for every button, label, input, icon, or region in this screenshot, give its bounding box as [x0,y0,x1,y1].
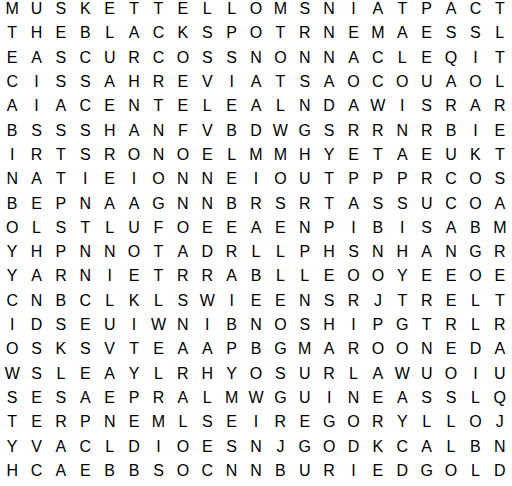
grid-cell[interactable]: M [268,143,292,167]
grid-cell[interactable]: S [195,21,219,45]
grid-cell[interactable]: R [49,410,73,434]
grid-cell[interactable]: I [122,167,146,191]
grid-cell[interactable]: O [341,70,365,94]
grid-cell[interactable]: I [98,264,122,288]
grid-cell[interactable]: U [293,361,317,385]
grid-cell[interactable]: W [244,386,268,410]
grid-cell[interactable]: A [219,264,243,288]
grid-cell[interactable]: U [122,216,146,240]
grid-cell[interactable]: S [293,70,317,94]
grid-cell[interactable]: E [195,216,219,240]
grid-cell[interactable]: O [390,70,414,94]
grid-cell[interactable]: Y [219,361,243,385]
grid-cell[interactable]: A [0,94,24,118]
grid-cell[interactable]: E [98,94,122,118]
grid-cell[interactable]: G [293,434,317,458]
grid-cell[interactable]: P [414,0,438,21]
grid-cell[interactable]: L [244,240,268,264]
grid-cell[interactable]: N [390,118,414,142]
grid-cell[interactable]: L [463,313,487,337]
grid-cell[interactable]: B [366,216,390,240]
grid-cell[interactable]: C [73,434,97,458]
grid-cell[interactable]: S [317,289,341,313]
grid-cell[interactable]: I [341,459,365,483]
grid-cell[interactable]: Y [0,434,24,458]
grid-cell[interactable]: G [268,386,292,410]
grid-cell[interactable]: R [366,410,390,434]
grid-cell[interactable]: E [49,21,73,45]
grid-cell[interactable]: R [244,191,268,215]
grid-cell[interactable]: A [244,70,268,94]
grid-cell[interactable]: B [244,337,268,361]
grid-cell[interactable]: S [293,313,317,337]
grid-cell[interactable]: R [122,46,146,70]
grid-cell[interactable]: R [24,143,48,167]
grid-cell[interactable]: O [0,216,24,240]
grid-cell[interactable]: T [390,0,414,21]
grid-cell[interactable]: P [73,410,97,434]
grid-cell[interactable]: N [0,167,24,191]
grid-cell[interactable]: L [463,289,487,313]
grid-cell[interactable]: R [219,240,243,264]
grid-cell[interactable]: R [341,337,365,361]
grid-cell[interactable]: P [341,167,365,191]
grid-cell[interactable]: U [293,459,317,483]
grid-cell[interactable]: B [463,216,487,240]
grid-cell[interactable]: J [268,434,292,458]
grid-cell[interactable]: S [439,21,463,45]
grid-cell[interactable]: N [439,240,463,264]
grid-cell[interactable]: N [24,289,48,313]
grid-cell[interactable]: L [268,94,292,118]
grid-cell[interactable]: F [146,216,170,240]
grid-cell[interactable]: U [414,361,438,385]
grid-cell[interactable]: S [414,94,438,118]
grid-cell[interactable]: O [317,434,341,458]
grid-cell[interactable]: C [73,289,97,313]
grid-cell[interactable]: A [390,386,414,410]
grid-cell[interactable]: S [49,386,73,410]
grid-cell[interactable]: C [0,70,24,94]
grid-cell[interactable]: A [439,216,463,240]
grid-cell[interactable]: O [463,70,487,94]
grid-cell[interactable]: C [366,70,390,94]
grid-cell[interactable]: H [24,240,48,264]
grid-cell[interactable]: A [171,386,195,410]
grid-cell[interactable]: H [98,118,122,142]
grid-cell[interactable]: N [366,240,390,264]
grid-cell[interactable]: A [366,361,390,385]
grid-cell[interactable]: A [24,264,48,288]
grid-cell[interactable]: H [195,361,219,385]
grid-cell[interactable]: V [24,434,48,458]
grid-cell[interactable]: A [414,240,438,264]
grid-cell[interactable]: T [488,46,512,70]
grid-cell[interactable]: L [195,386,219,410]
grid-cell[interactable]: R [268,410,292,434]
grid-cell[interactable]: W [390,361,414,385]
grid-cell[interactable]: A [122,21,146,45]
grid-cell[interactable]: T [390,289,414,313]
grid-cell[interactable]: A [49,459,73,483]
grid-cell[interactable]: O [171,459,195,483]
grid-cell[interactable]: N [98,410,122,434]
grid-cell[interactable]: I [0,143,24,167]
grid-cell[interactable]: T [488,289,512,313]
grid-cell[interactable]: S [463,21,487,45]
grid-cell[interactable]: T [73,216,97,240]
grid-cell[interactable]: C [439,167,463,191]
grid-cell[interactable]: O [463,191,487,215]
grid-cell[interactable]: E [0,46,24,70]
grid-cell[interactable]: E [73,459,97,483]
grid-cell[interactable]: A [390,143,414,167]
grid-cell[interactable]: L [341,361,365,385]
grid-cell[interactable]: E [366,386,390,410]
grid-cell[interactable]: N [317,46,341,70]
grid-cell[interactable]: I [341,216,365,240]
grid-cell[interactable]: E [24,386,48,410]
grid-cell[interactable]: R [146,386,170,410]
grid-cell[interactable]: B [73,21,97,45]
grid-cell[interactable]: I [219,289,243,313]
grid-cell[interactable]: G [463,240,487,264]
grid-cell[interactable]: K [73,0,97,21]
grid-cell[interactable]: A [122,118,146,142]
grid-cell[interactable]: O [0,337,24,361]
grid-cell[interactable]: N [219,459,243,483]
grid-cell[interactable]: R [171,264,195,288]
grid-cell[interactable]: E [341,143,365,167]
grid-cell[interactable]: O [122,240,146,264]
grid-cell[interactable]: L [171,410,195,434]
grid-cell[interactable]: O [439,361,463,385]
grid-cell[interactable]: S [73,70,97,94]
grid-cell[interactable]: N [244,46,268,70]
grid-cell[interactable]: A [390,21,414,45]
grid-cell[interactable]: P [366,313,390,337]
grid-cell[interactable]: A [73,386,97,410]
grid-cell[interactable]: O [244,21,268,45]
grid-cell[interactable]: O [122,143,146,167]
grid-cell[interactable]: R [488,94,512,118]
grid-cell[interactable]: O [268,313,292,337]
grid-cell[interactable]: K [122,289,146,313]
grid-cell[interactable]: J [488,410,512,434]
grid-cell[interactable]: S [49,118,73,142]
grid-cell[interactable]: P [122,386,146,410]
grid-cell[interactable]: B [98,459,122,483]
grid-cell[interactable]: R [439,313,463,337]
grid-cell[interactable]: S [219,434,243,458]
grid-cell[interactable]: A [49,94,73,118]
grid-cell[interactable]: H [317,313,341,337]
grid-cell[interactable]: L [98,434,122,458]
grid-cell[interactable]: Q [439,46,463,70]
grid-cell[interactable]: E [219,94,243,118]
grid-cell[interactable]: L [195,94,219,118]
grid-cell[interactable]: U [439,143,463,167]
grid-cell[interactable]: T [0,410,24,434]
grid-cell[interactable]: E [317,264,341,288]
grid-cell[interactable]: S [195,410,219,434]
grid-cell[interactable]: A [366,0,390,21]
grid-cell[interactable]: W [195,289,219,313]
grid-cell[interactable]: I [73,167,97,191]
grid-cell[interactable]: A [488,337,512,361]
grid-cell[interactable]: N [488,434,512,458]
grid-cell[interactable]: N [244,459,268,483]
grid-cell[interactable]: N [244,313,268,337]
grid-cell[interactable]: S [414,386,438,410]
grid-cell[interactable]: I [341,313,365,337]
grid-cell[interactable]: S [341,240,365,264]
grid-cell[interactable]: N [244,434,268,458]
grid-cell[interactable]: B [219,313,243,337]
grid-cell[interactable]: S [73,337,97,361]
grid-cell[interactable]: O [463,167,487,191]
grid-cell[interactable]: M [268,0,292,21]
grid-cell[interactable]: R [195,264,219,288]
grid-cell[interactable]: I [0,313,24,337]
grid-cell[interactable]: O [146,167,170,191]
grid-cell[interactable]: L [219,0,243,21]
grid-cell[interactable]: D [122,434,146,458]
grid-cell[interactable]: O [171,46,195,70]
grid-cell[interactable]: E [98,386,122,410]
grid-cell[interactable]: T [488,0,512,21]
grid-cell[interactable]: M [244,143,268,167]
grid-cell[interactable]: S [24,337,48,361]
grid-cell[interactable]: E [268,216,292,240]
grid-cell[interactable]: R [293,21,317,45]
grid-cell[interactable]: N [146,118,170,142]
grid-cell[interactable]: O [463,410,487,434]
grid-cell[interactable]: O [366,337,390,361]
grid-cell[interactable]: L [463,459,487,483]
grid-cell[interactable]: M [366,21,390,45]
grid-cell[interactable]: R [414,289,438,313]
grid-cell[interactable]: L [390,46,414,70]
grid-cell[interactable]: S [439,386,463,410]
grid-cell[interactable]: S [390,191,414,215]
grid-cell[interactable]: J [366,289,390,313]
grid-cell[interactable]: A [488,191,512,215]
grid-cell[interactable]: N [73,240,97,264]
grid-cell[interactable]: C [0,289,24,313]
grid-cell[interactable]: E [219,410,243,434]
grid-cell[interactable]: L [488,21,512,45]
grid-cell[interactable]: R [366,118,390,142]
grid-cell[interactable]: A [463,94,487,118]
grid-cell[interactable]: C [463,0,487,21]
grid-cell[interactable]: C [390,434,414,458]
grid-cell[interactable]: V [98,337,122,361]
grid-cell[interactable]: N [73,264,97,288]
grid-cell[interactable]: A [439,0,463,21]
grid-cell[interactable]: L [146,289,170,313]
grid-cell[interactable]: A [439,70,463,94]
grid-cell[interactable]: L [439,434,463,458]
grid-cell[interactable]: N [317,0,341,21]
grid-cell[interactable]: T [488,143,512,167]
grid-cell[interactable]: T [268,70,292,94]
grid-cell[interactable]: K [171,21,195,45]
grid-cell[interactable]: O [171,143,195,167]
grid-cell[interactable]: E [98,167,122,191]
grid-cell[interactable]: S [268,191,292,215]
grid-cell[interactable]: E [24,191,48,215]
grid-cell[interactable]: I [390,94,414,118]
grid-cell[interactable]: A [317,337,341,361]
grid-cell[interactable]: R [439,94,463,118]
grid-cell[interactable]: H [390,240,414,264]
grid-cell[interactable]: U [98,313,122,337]
grid-cell[interactable]: U [293,167,317,191]
grid-cell[interactable]: H [293,143,317,167]
grid-cell[interactable]: A [98,191,122,215]
grid-cell[interactable]: N [146,143,170,167]
grid-cell[interactable]: M [219,386,243,410]
grid-cell[interactable]: A [98,70,122,94]
grid-cell[interactable]: N [171,191,195,215]
grid-cell[interactable]: T [0,21,24,45]
grid-cell[interactable]: I [244,410,268,434]
grid-cell[interactable]: T [146,0,170,21]
grid-cell[interactable]: L [24,216,48,240]
grid-cell[interactable]: R [293,191,317,215]
grid-cell[interactable]: T [49,143,73,167]
grid-cell[interactable]: Q [488,386,512,410]
grid-cell[interactable]: T [414,313,438,337]
grid-cell[interactable]: A [24,46,48,70]
grid-cell[interactable]: I [317,386,341,410]
grid-cell[interactable]: K [463,143,487,167]
grid-cell[interactable]: L [98,216,122,240]
grid-cell[interactable]: N [73,191,97,215]
grid-cell[interactable]: N [414,337,438,361]
grid-cell[interactable]: O [366,264,390,288]
grid-cell[interactable]: R [341,289,365,313]
grid-cell[interactable]: R [317,459,341,483]
grid-cell[interactable]: E [414,46,438,70]
grid-cell[interactable]: C [195,459,219,483]
grid-cell[interactable]: I [463,118,487,142]
grid-cell[interactable]: S [49,216,73,240]
grid-cell[interactable]: C [366,46,390,70]
grid-cell[interactable]: E [414,264,438,288]
grid-cell[interactable]: L [49,361,73,385]
grid-cell[interactable]: E [171,70,195,94]
grid-cell[interactable]: T [146,94,170,118]
grid-cell[interactable]: C [73,94,97,118]
grid-cell[interactable]: I [390,216,414,240]
grid-cell[interactable]: I [146,434,170,458]
grid-cell[interactable]: R [317,361,341,385]
grid-cell[interactable]: E [366,459,390,483]
grid-cell[interactable]: S [414,216,438,240]
grid-cell[interactable]: A [49,434,73,458]
grid-cell[interactable]: I [463,361,487,385]
grid-cell[interactable]: G [268,337,292,361]
grid-cell[interactable]: A [195,337,219,361]
grid-cell[interactable]: L [293,264,317,288]
grid-cell[interactable]: O [171,216,195,240]
grid-cell[interactable]: E [293,410,317,434]
grid-cell[interactable]: V [195,70,219,94]
grid-cell[interactable]: B [439,118,463,142]
grid-cell[interactable]: O [244,0,268,21]
grid-cell[interactable]: A [24,167,48,191]
grid-cell[interactable]: P [49,240,73,264]
grid-cell[interactable]: I [195,313,219,337]
grid-cell[interactable]: N [293,46,317,70]
grid-cell[interactable]: G [293,118,317,142]
grid-cell[interactable]: S [49,46,73,70]
grid-cell[interactable]: L [488,70,512,94]
grid-cell[interactable]: E [98,0,122,21]
grid-cell[interactable]: T [268,21,292,45]
grid-cell[interactable]: W [366,94,390,118]
grid-cell[interactable]: R [146,70,170,94]
grid-cell[interactable]: C [73,46,97,70]
grid-cell[interactable]: T [366,143,390,167]
grid-cell[interactable]: S [49,70,73,94]
grid-cell[interactable]: N [293,216,317,240]
grid-cell[interactable]: C [146,46,170,70]
grid-cell[interactable]: D [463,337,487,361]
grid-cell[interactable]: N [171,313,195,337]
grid-cell[interactable]: S [366,191,390,215]
grid-cell[interactable]: L [98,21,122,45]
grid-cell[interactable]: M [293,337,317,361]
grid-cell[interactable]: P [219,337,243,361]
grid-cell[interactable]: E [122,264,146,288]
grid-cell[interactable]: D [341,434,365,458]
grid-cell[interactable]: P [219,21,243,45]
grid-cell[interactable]: T [122,337,146,361]
grid-cell[interactable]: K [366,434,390,458]
grid-cell[interactable]: E [24,410,48,434]
grid-cell[interactable]: R [488,313,512,337]
grid-cell[interactable]: E [268,289,292,313]
grid-cell[interactable]: T [317,191,341,215]
grid-cell[interactable]: E [488,118,512,142]
grid-cell[interactable]: S [24,118,48,142]
grid-cell[interactable]: O [439,459,463,483]
grid-cell[interactable]: R [171,361,195,385]
grid-cell[interactable]: W [0,361,24,385]
grid-cell[interactable]: L [268,240,292,264]
grid-cell[interactable]: A [414,434,438,458]
grid-cell[interactable]: T [146,240,170,264]
grid-cell[interactable]: N [293,289,317,313]
grid-cell[interactable]: F [171,118,195,142]
grid-cell[interactable]: S [146,459,170,483]
grid-cell[interactable]: S [195,46,219,70]
grid-cell[interactable]: D [390,459,414,483]
grid-cell[interactable]: W [146,313,170,337]
grid-cell[interactable]: P [366,167,390,191]
grid-cell[interactable]: N [317,21,341,45]
grid-cell[interactable]: U [414,191,438,215]
grid-cell[interactable]: L [219,143,243,167]
grid-cell[interactable]: D [488,459,512,483]
grid-cell[interactable]: Y [317,143,341,167]
grid-cell[interactable]: L [268,264,292,288]
grid-cell[interactable]: E [341,21,365,45]
grid-cell[interactable]: O [244,361,268,385]
